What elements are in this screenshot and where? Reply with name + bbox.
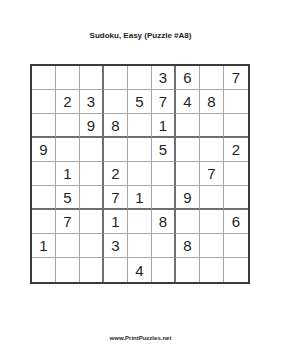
cell-r4c3[interactable] (80, 138, 104, 162)
cell-r4c5[interactable] (128, 138, 152, 162)
cell-r5c5[interactable] (128, 162, 152, 186)
cell-r8c1[interactable]: 1 (32, 234, 56, 258)
cell-r7c1[interactable] (32, 210, 56, 234)
cell-r7c4[interactable]: 1 (104, 210, 128, 234)
cell-r3c5[interactable] (128, 114, 152, 138)
cell-r7c7[interactable] (176, 210, 200, 234)
cell-r6c8[interactable] (200, 186, 224, 210)
cell-r7c6[interactable]: 8 (152, 210, 176, 234)
cell-r9c6[interactable] (152, 258, 176, 282)
cell-r4c4[interactable] (104, 138, 128, 162)
cell-r3c6[interactable]: 1 (152, 114, 176, 138)
cell-r8c5[interactable] (128, 234, 152, 258)
cell-r9c3[interactable] (80, 258, 104, 282)
cell-r6c1[interactable] (32, 186, 56, 210)
cell-r9c7[interactable] (176, 258, 200, 282)
cell-r7c3[interactable] (80, 210, 104, 234)
cell-r5c4[interactable]: 2 (104, 162, 128, 186)
cell-r8c9[interactable] (224, 234, 248, 258)
cell-r7c2[interactable]: 7 (56, 210, 80, 234)
cell-r4c1[interactable]: 9 (32, 138, 56, 162)
cell-r1c3[interactable] (80, 66, 104, 90)
cell-r1c8[interactable] (200, 66, 224, 90)
cell-r3c9[interactable] (224, 114, 248, 138)
cell-r9c5[interactable]: 4 (128, 258, 152, 282)
cell-r1c1[interactable] (32, 66, 56, 90)
cell-r5c9[interactable] (224, 162, 248, 186)
cell-r8c6[interactable] (152, 234, 176, 258)
cell-r6c3[interactable] (80, 186, 104, 210)
cell-r8c4[interactable]: 3 (104, 234, 128, 258)
cell-r9c9[interactable] (224, 258, 248, 282)
cell-r9c2[interactable] (56, 258, 80, 282)
cell-r1c5[interactable] (128, 66, 152, 90)
cell-r5c3[interactable] (80, 162, 104, 186)
cell-r9c1[interactable] (32, 258, 56, 282)
cell-r3c8[interactable] (200, 114, 224, 138)
cell-r7c8[interactable] (200, 210, 224, 234)
cell-r6c5[interactable]: 1 (128, 186, 152, 210)
cell-r7c5[interactable] (128, 210, 152, 234)
footer-url: www.PrintPuzzles.net (0, 335, 281, 341)
cell-r2c5[interactable]: 5 (128, 90, 152, 114)
cell-r2c9[interactable] (224, 90, 248, 114)
cell-r6c2[interactable]: 5 (56, 186, 80, 210)
cell-r2c3[interactable]: 3 (80, 90, 104, 114)
sudoku-board: 367235748981952127571971861384 (30, 64, 250, 284)
cell-r3c4[interactable]: 8 (104, 114, 128, 138)
cell-r8c7[interactable]: 8 (176, 234, 200, 258)
cell-r8c3[interactable] (80, 234, 104, 258)
cell-r5c7[interactable] (176, 162, 200, 186)
cell-r7c9[interactable]: 6 (224, 210, 248, 234)
cell-r2c7[interactable]: 4 (176, 90, 200, 114)
cell-r2c4[interactable] (104, 90, 128, 114)
cell-r3c7[interactable] (176, 114, 200, 138)
cell-r8c2[interactable] (56, 234, 80, 258)
cell-r5c8[interactable]: 7 (200, 162, 224, 186)
cell-r6c4[interactable]: 7 (104, 186, 128, 210)
cell-r6c7[interactable]: 9 (176, 186, 200, 210)
cell-r4c9[interactable]: 2 (224, 138, 248, 162)
cell-r3c3[interactable]: 9 (80, 114, 104, 138)
cell-r9c8[interactable] (200, 258, 224, 282)
cell-r4c8[interactable] (200, 138, 224, 162)
cell-r1c2[interactable] (56, 66, 80, 90)
cell-r2c8[interactable]: 8 (200, 90, 224, 114)
cell-r6c9[interactable] (224, 186, 248, 210)
cell-r3c1[interactable] (32, 114, 56, 138)
cell-r3c2[interactable] (56, 114, 80, 138)
page-title: Sudoku, Easy (Puzzle #A8) (0, 31, 281, 40)
cell-r1c4[interactable] (104, 66, 128, 90)
cell-r4c7[interactable] (176, 138, 200, 162)
cell-r5c6[interactable] (152, 162, 176, 186)
cell-r1c6[interactable]: 3 (152, 66, 176, 90)
cell-r1c7[interactable]: 6 (176, 66, 200, 90)
cell-r4c2[interactable] (56, 138, 80, 162)
cell-r8c8[interactable] (200, 234, 224, 258)
cell-r5c2[interactable]: 1 (56, 162, 80, 186)
cell-r5c1[interactable] (32, 162, 56, 186)
sudoku-page: Sudoku, Easy (Puzzle #A8) 36723574898195… (0, 0, 281, 363)
cell-r2c2[interactable]: 2 (56, 90, 80, 114)
cell-r9c4[interactable] (104, 258, 128, 282)
cell-r1c9[interactable]: 7 (224, 66, 248, 90)
cell-r2c1[interactable] (32, 90, 56, 114)
cell-r2c6[interactable]: 7 (152, 90, 176, 114)
cell-r6c6[interactable] (152, 186, 176, 210)
cell-r4c6[interactable]: 5 (152, 138, 176, 162)
